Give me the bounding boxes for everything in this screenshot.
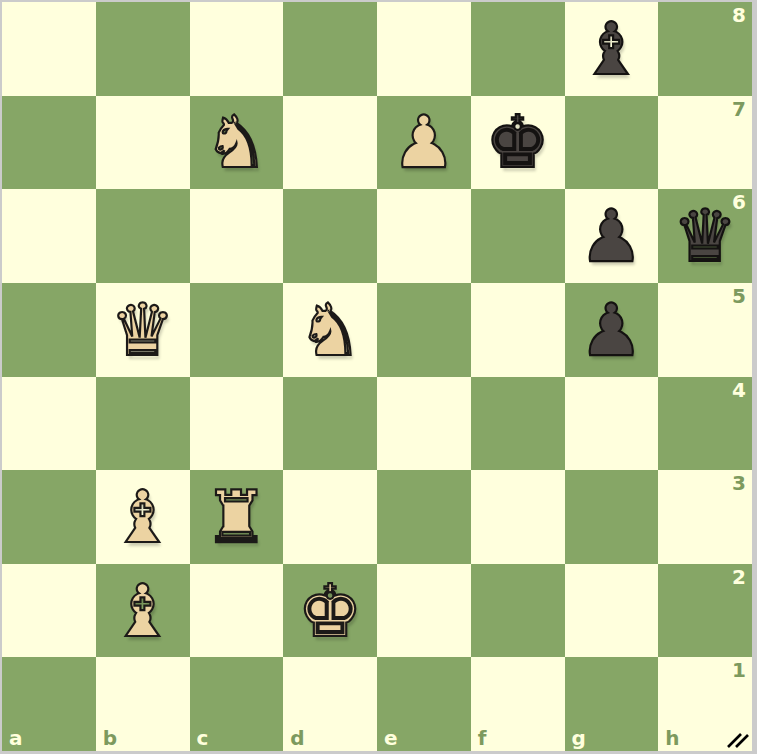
square-g3[interactable]: [565, 470, 659, 564]
file-label-h: h: [665, 728, 679, 748]
square-b3[interactable]: ♝: [96, 470, 190, 564]
piece-white-rook[interactable]: ♜: [204, 481, 269, 553]
square-d3[interactable]: [283, 470, 377, 564]
square-h2[interactable]: 2: [658, 564, 752, 658]
rank-label-1: 1: [732, 660, 746, 680]
square-c7[interactable]: ♞: [190, 96, 284, 190]
square-e6[interactable]: [377, 189, 471, 283]
square-h7[interactable]: 7: [658, 96, 752, 190]
piece-black-pawn[interactable]: ♟: [579, 294, 644, 366]
piece-black-king[interactable]: ♚: [485, 106, 550, 178]
file-label-b: b: [103, 728, 117, 748]
file-label-g: g: [572, 728, 586, 748]
square-d4[interactable]: [283, 377, 377, 471]
square-f1[interactable]: f: [471, 657, 565, 751]
piece-white-knight[interactable]: ♞: [204, 106, 269, 178]
square-c6[interactable]: [190, 189, 284, 283]
square-g7[interactable]: [565, 96, 659, 190]
square-b6[interactable]: [96, 189, 190, 283]
chess-board-frame: ♝8♞♟♚7♟♛6♛♞♟54♝♜3♝♚2abcdefg1h: [0, 0, 757, 754]
square-a2[interactable]: [2, 564, 96, 658]
rank-label-7: 7: [732, 99, 746, 119]
piece-black-queen[interactable]: ♛: [673, 200, 738, 272]
piece-black-pawn[interactable]: ♟: [579, 200, 644, 272]
rank-label-8: 8: [732, 5, 746, 25]
square-h8[interactable]: 8: [658, 2, 752, 96]
square-e3[interactable]: [377, 470, 471, 564]
square-g6[interactable]: ♟: [565, 189, 659, 283]
square-c1[interactable]: c: [190, 657, 284, 751]
square-g1[interactable]: g: [565, 657, 659, 751]
square-f5[interactable]: [471, 283, 565, 377]
file-label-f: f: [478, 728, 487, 748]
square-a1[interactable]: a: [2, 657, 96, 751]
square-c5[interactable]: [190, 283, 284, 377]
rank-label-3: 3: [732, 473, 746, 493]
square-c3[interactable]: ♜: [190, 470, 284, 564]
square-d1[interactable]: d: [283, 657, 377, 751]
square-h3[interactable]: 3: [658, 470, 752, 564]
square-d5[interactable]: ♞: [283, 283, 377, 377]
square-d7[interactable]: [283, 96, 377, 190]
piece-white-pawn[interactable]: ♟: [392, 106, 457, 178]
resize-handle-icon[interactable]: [726, 725, 750, 749]
square-g5[interactable]: ♟: [565, 283, 659, 377]
piece-white-bishop[interactable]: ♝: [110, 575, 175, 647]
square-d8[interactable]: [283, 2, 377, 96]
square-e7[interactable]: ♟: [377, 96, 471, 190]
square-h6[interactable]: ♛6: [658, 189, 752, 283]
square-a8[interactable]: [2, 2, 96, 96]
file-label-e: e: [384, 728, 398, 748]
square-g8[interactable]: ♝: [565, 2, 659, 96]
piece-white-queen[interactable]: ♛: [110, 294, 175, 366]
square-b4[interactable]: [96, 377, 190, 471]
square-d6[interactable]: [283, 189, 377, 283]
square-g4[interactable]: [565, 377, 659, 471]
square-b1[interactable]: b: [96, 657, 190, 751]
piece-white-bishop[interactable]: ♝: [110, 481, 175, 553]
square-b5[interactable]: ♛: [96, 283, 190, 377]
square-h1[interactable]: 1h: [658, 657, 752, 751]
square-e2[interactable]: [377, 564, 471, 658]
square-e1[interactable]: e: [377, 657, 471, 751]
square-b2[interactable]: ♝: [96, 564, 190, 658]
square-b8[interactable]: [96, 2, 190, 96]
square-a5[interactable]: [2, 283, 96, 377]
file-label-a: a: [9, 728, 23, 748]
square-f3[interactable]: [471, 470, 565, 564]
square-d2[interactable]: ♚: [283, 564, 377, 658]
square-g2[interactable]: [565, 564, 659, 658]
square-a3[interactable]: [2, 470, 96, 564]
piece-white-knight[interactable]: ♞: [298, 294, 363, 366]
rank-label-2: 2: [732, 567, 746, 587]
chess-board[interactable]: ♝8♞♟♚7♟♛6♛♞♟54♝♜3♝♚2abcdefg1h: [2, 2, 752, 751]
piece-white-king[interactable]: ♚: [298, 575, 363, 647]
square-e8[interactable]: [377, 2, 471, 96]
square-c8[interactable]: [190, 2, 284, 96]
square-a7[interactable]: [2, 96, 96, 190]
file-label-d: d: [290, 728, 304, 748]
square-c2[interactable]: [190, 564, 284, 658]
square-e4[interactable]: [377, 377, 471, 471]
square-f2[interactable]: [471, 564, 565, 658]
square-f8[interactable]: [471, 2, 565, 96]
rank-label-4: 4: [732, 380, 746, 400]
file-label-c: c: [197, 728, 209, 748]
piece-black-bishop[interactable]: ♝: [579, 13, 644, 85]
square-a4[interactable]: [2, 377, 96, 471]
square-f7[interactable]: ♚: [471, 96, 565, 190]
square-c4[interactable]: [190, 377, 284, 471]
square-e5[interactable]: [377, 283, 471, 377]
square-h5[interactable]: 5: [658, 283, 752, 377]
square-b7[interactable]: [96, 96, 190, 190]
square-a6[interactable]: [2, 189, 96, 283]
square-f4[interactable]: [471, 377, 565, 471]
rank-label-5: 5: [732, 286, 746, 306]
square-f6[interactable]: [471, 189, 565, 283]
square-h4[interactable]: 4: [658, 377, 752, 471]
